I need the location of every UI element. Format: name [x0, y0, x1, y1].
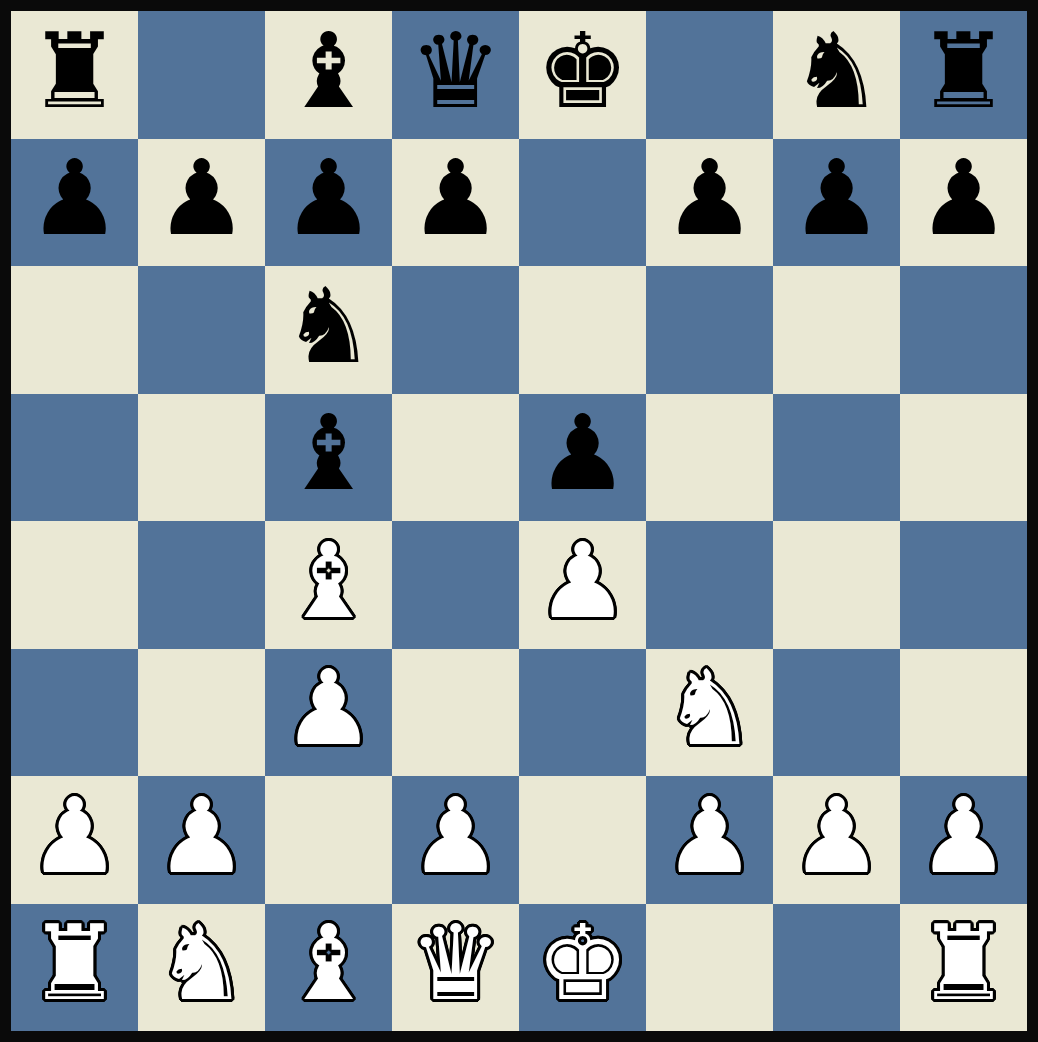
square-h5[interactable] — [900, 394, 1027, 522]
square-d4[interactable] — [392, 521, 519, 649]
square-a2[interactable]: ♟ — [11, 776, 138, 904]
piece-black-pawn[interactable]: ♟ — [663, 146, 756, 250]
square-b7[interactable]: ♟ — [138, 139, 265, 267]
square-h3[interactable] — [900, 649, 1027, 777]
piece-black-pawn[interactable]: ♟ — [536, 401, 629, 505]
piece-white-queen[interactable]: ♛ — [409, 911, 502, 1015]
chess-board: ♜♝♛♚♞♜♟♟♟♟♟♟♟♞♝♟♝♟♟♞♟♟♟♟♟♟♜♞♝♛♚♜ — [11, 11, 1027, 1031]
square-d1[interactable]: ♛ — [392, 904, 519, 1032]
square-h8[interactable]: ♜ — [900, 11, 1027, 139]
piece-white-king[interactable]: ♚ — [536, 911, 629, 1015]
piece-black-queen[interactable]: ♛ — [409, 19, 502, 123]
piece-white-knight[interactable]: ♞ — [155, 911, 248, 1015]
square-b5[interactable] — [138, 394, 265, 522]
piece-black-rook[interactable]: ♜ — [917, 19, 1010, 123]
square-c5[interactable]: ♝ — [265, 394, 392, 522]
square-g7[interactable]: ♟ — [773, 139, 900, 267]
piece-black-pawn[interactable]: ♟ — [155, 146, 248, 250]
square-f1[interactable] — [646, 904, 773, 1032]
square-d2[interactable]: ♟ — [392, 776, 519, 904]
square-e4[interactable]: ♟ — [519, 521, 646, 649]
piece-white-pawn[interactable]: ♟ — [790, 784, 883, 888]
chess-board-frame: ♜♝♛♚♞♜♟♟♟♟♟♟♟♞♝♟♝♟♟♞♟♟♟♟♟♟♜♞♝♛♚♜ — [0, 0, 1038, 1042]
square-e7[interactable] — [519, 139, 646, 267]
square-c6[interactable]: ♞ — [265, 266, 392, 394]
piece-black-bishop[interactable]: ♝ — [282, 401, 375, 505]
piece-white-pawn[interactable]: ♟ — [917, 784, 1010, 888]
square-d7[interactable]: ♟ — [392, 139, 519, 267]
square-c4[interactable]: ♝ — [265, 521, 392, 649]
square-e2[interactable] — [519, 776, 646, 904]
square-c7[interactable]: ♟ — [265, 139, 392, 267]
piece-black-king[interactable]: ♚ — [536, 19, 629, 123]
square-e6[interactable] — [519, 266, 646, 394]
square-h2[interactable]: ♟ — [900, 776, 1027, 904]
square-g2[interactable]: ♟ — [773, 776, 900, 904]
piece-black-knight[interactable]: ♞ — [282, 274, 375, 378]
square-e8[interactable]: ♚ — [519, 11, 646, 139]
square-f8[interactable] — [646, 11, 773, 139]
piece-white-pawn[interactable]: ♟ — [282, 656, 375, 760]
piece-black-pawn[interactable]: ♟ — [282, 146, 375, 250]
square-g3[interactable] — [773, 649, 900, 777]
square-a7[interactable]: ♟ — [11, 139, 138, 267]
piece-black-pawn[interactable]: ♟ — [409, 146, 502, 250]
piece-white-pawn[interactable]: ♟ — [155, 784, 248, 888]
square-a8[interactable]: ♜ — [11, 11, 138, 139]
piece-white-pawn[interactable]: ♟ — [536, 529, 629, 633]
piece-black-pawn[interactable]: ♟ — [917, 146, 1010, 250]
square-f3[interactable]: ♞ — [646, 649, 773, 777]
square-e5[interactable]: ♟ — [519, 394, 646, 522]
square-a3[interactable] — [11, 649, 138, 777]
square-e1[interactable]: ♚ — [519, 904, 646, 1032]
square-g6[interactable] — [773, 266, 900, 394]
square-f4[interactable] — [646, 521, 773, 649]
square-b3[interactable] — [138, 649, 265, 777]
square-f2[interactable]: ♟ — [646, 776, 773, 904]
square-f5[interactable] — [646, 394, 773, 522]
square-a5[interactable] — [11, 394, 138, 522]
square-c1[interactable]: ♝ — [265, 904, 392, 1032]
square-d5[interactable] — [392, 394, 519, 522]
square-h6[interactable] — [900, 266, 1027, 394]
piece-black-pawn[interactable]: ♟ — [28, 146, 121, 250]
piece-white-rook[interactable]: ♜ — [917, 911, 1010, 1015]
square-a1[interactable]: ♜ — [11, 904, 138, 1032]
square-f7[interactable]: ♟ — [646, 139, 773, 267]
square-a4[interactable] — [11, 521, 138, 649]
square-c3[interactable]: ♟ — [265, 649, 392, 777]
square-g8[interactable]: ♞ — [773, 11, 900, 139]
square-b4[interactable] — [138, 521, 265, 649]
square-h1[interactable]: ♜ — [900, 904, 1027, 1032]
square-c8[interactable]: ♝ — [265, 11, 392, 139]
piece-white-bishop[interactable]: ♝ — [282, 911, 375, 1015]
square-b1[interactable]: ♞ — [138, 904, 265, 1032]
square-h4[interactable] — [900, 521, 1027, 649]
piece-white-knight[interactable]: ♞ — [663, 656, 756, 760]
square-b2[interactable]: ♟ — [138, 776, 265, 904]
square-d6[interactable] — [392, 266, 519, 394]
square-d3[interactable] — [392, 649, 519, 777]
square-f6[interactable] — [646, 266, 773, 394]
square-d8[interactable]: ♛ — [392, 11, 519, 139]
piece-white-bishop[interactable]: ♝ — [282, 529, 375, 633]
piece-white-pawn[interactable]: ♟ — [409, 784, 502, 888]
piece-black-knight[interactable]: ♞ — [790, 19, 883, 123]
square-b6[interactable] — [138, 266, 265, 394]
piece-white-pawn[interactable]: ♟ — [28, 784, 121, 888]
square-h7[interactable]: ♟ — [900, 139, 1027, 267]
piece-white-rook[interactable]: ♜ — [28, 911, 121, 1015]
square-g1[interactable] — [773, 904, 900, 1032]
square-a6[interactable] — [11, 266, 138, 394]
piece-black-bishop[interactable]: ♝ — [282, 19, 375, 123]
square-g5[interactable] — [773, 394, 900, 522]
piece-black-rook[interactable]: ♜ — [28, 19, 121, 123]
piece-black-pawn[interactable]: ♟ — [790, 146, 883, 250]
square-c2[interactable] — [265, 776, 392, 904]
piece-white-pawn[interactable]: ♟ — [663, 784, 756, 888]
square-e3[interactable] — [519, 649, 646, 777]
square-g4[interactable] — [773, 521, 900, 649]
square-b8[interactable] — [138, 11, 265, 139]
